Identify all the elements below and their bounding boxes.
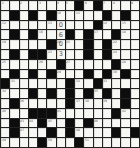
white-cell-r14c5[interactable] <box>38 128 46 137</box>
white-cell-r12c9[interactable] <box>75 109 83 118</box>
white-cell-r11c10[interactable]: 38 <box>84 99 92 108</box>
clue-number: 31 <box>11 79 15 82</box>
clue-number: 39 <box>103 99 107 102</box>
white-cell-r15c3[interactable] <box>20 138 28 147</box>
black-cell-r10c14 <box>121 89 129 98</box>
white-cell-r5c8[interactable]: 21 <box>66 40 74 49</box>
white-cell-r14c14[interactable] <box>121 128 129 137</box>
white-cell-r12c14[interactable]: 42 <box>121 109 129 118</box>
white-cell-r7c2[interactable] <box>10 60 18 69</box>
white-cell-r1c12[interactable]: 7 <box>103 1 111 10</box>
clue-number: 29 <box>57 70 61 73</box>
clue-number: 50 <box>48 138 52 141</box>
white-cell-r7c11[interactable] <box>94 60 102 69</box>
clue-number: 11 <box>76 11 80 14</box>
clue-number: 47 <box>20 128 24 131</box>
special-digit: 0 <box>57 40 65 49</box>
clue-number: 37 <box>76 99 80 102</box>
black-cell-r2c6 <box>47 11 55 20</box>
black-cell-r14c8 <box>66 128 74 137</box>
clue-number: 16 <box>39 30 43 33</box>
clue-number: 3 <box>39 1 41 4</box>
white-cell-r15c12[interactable] <box>103 138 111 147</box>
black-cell-r10c12 <box>103 89 111 98</box>
white-cell-r1c6[interactable] <box>47 1 55 10</box>
white-cell-r5c1[interactable]: 19 <box>1 40 9 49</box>
white-cell-r11c11[interactable] <box>94 99 102 108</box>
white-cell-r10c5[interactable] <box>38 89 46 98</box>
white-cell-r9c9[interactable]: 32 <box>75 79 83 88</box>
white-cell-r3c1[interactable]: 12 <box>1 21 9 30</box>
white-cell-r5c15[interactable] <box>131 40 139 49</box>
white-cell-r9c5[interactable] <box>38 79 46 88</box>
black-cell-r6c4 <box>29 50 37 59</box>
white-cell-r11c12[interactable]: 39 <box>103 99 111 108</box>
black-cell-r9c1 <box>1 79 9 88</box>
white-cell-r3c6[interactable]: 13 <box>47 21 55 30</box>
white-cell-r5c3[interactable] <box>20 40 28 49</box>
clue-number: 21 <box>66 40 70 43</box>
black-cell-r13c5 <box>38 119 46 128</box>
white-cell-r6c11[interactable] <box>94 50 102 59</box>
clue-number: 10 <box>57 11 61 14</box>
clue-number: 24 <box>113 50 117 53</box>
clue-number: 18 <box>122 30 126 33</box>
white-cell-r8c9[interactable] <box>75 70 83 79</box>
black-cell-r8c12 <box>103 70 111 79</box>
white-cell-r14c4[interactable] <box>29 128 37 137</box>
white-cell-r1c7[interactable]: 4 <box>57 1 65 10</box>
black-cell-r9c8 <box>66 79 74 88</box>
white-cell-r15c4[interactable] <box>29 138 37 147</box>
white-cell-r1c14[interactable] <box>121 1 129 10</box>
white-cell-r13c14[interactable] <box>121 119 129 128</box>
white-cell-r1c15[interactable]: 9 <box>131 1 139 10</box>
white-cell-r9c2[interactable]: 31 <box>10 79 18 88</box>
black-cell-r14c6 <box>47 128 55 137</box>
clue-number: 22 <box>113 40 117 43</box>
white-cell-r9c6[interactable] <box>47 79 55 88</box>
clue-number: 14 <box>103 21 107 24</box>
white-cell-r5c2[interactable] <box>10 40 18 49</box>
black-cell-r8c14 <box>121 70 129 79</box>
black-cell-r13c10 <box>84 119 92 128</box>
white-cell-r9c15[interactable] <box>131 79 139 88</box>
white-cell-r2c8[interactable] <box>66 11 74 20</box>
clue-number: 1 <box>2 1 4 4</box>
white-cell-r5c14[interactable] <box>121 40 129 49</box>
special-digit: 3 <box>57 50 65 59</box>
white-cell-r2c10[interactable] <box>84 11 92 20</box>
white-cell-r6c9[interactable] <box>75 50 83 59</box>
white-cell-r7c14[interactable]: 28 <box>121 60 129 69</box>
black-cell-r2c14 <box>121 11 129 20</box>
white-cell-r7c12[interactable] <box>103 60 111 69</box>
white-cell-r8c7[interactable]: 29 <box>57 70 65 79</box>
white-cell-r7c9[interactable] <box>75 60 83 69</box>
clue-number: 48 <box>76 128 80 131</box>
white-cell-r11c3[interactable]: 36 <box>20 99 28 108</box>
white-cell-r13c15[interactable] <box>131 119 139 128</box>
white-cell-r11c1[interactable] <box>1 99 9 108</box>
clue-number: 9 <box>131 1 133 4</box>
white-cell-r3c5[interactable] <box>38 21 46 30</box>
white-cell-r1c1[interactable]: 1 <box>1 1 9 10</box>
white-cell-r10c1[interactable]: 34 <box>1 89 9 98</box>
white-cell-r15c1[interactable]: 49 <box>1 138 9 147</box>
white-cell-r1c3[interactable]: 2 <box>20 1 28 10</box>
white-cell-r2c5[interactable] <box>38 11 46 20</box>
white-cell-r14c10[interactable] <box>84 128 92 137</box>
clue-number: 26 <box>39 60 43 63</box>
white-cell-r14c7[interactable] <box>57 128 65 137</box>
white-cell-r9c7[interactable] <box>57 79 65 88</box>
clue-number: 49 <box>2 138 6 141</box>
black-cell-r4c13 <box>112 30 120 39</box>
clue-number: 45 <box>48 119 52 122</box>
special-digit: 0 <box>57 21 65 30</box>
black-cell-r8c10 <box>84 70 92 79</box>
clue-number: 17 <box>94 30 98 33</box>
white-cell-r1c4[interactable] <box>29 1 37 10</box>
clue-number: 34 <box>2 89 6 92</box>
clue-number: 41 <box>57 109 61 112</box>
white-cell-r6c14[interactable] <box>121 50 129 59</box>
white-cell-r8c13[interactable]: 30 <box>112 70 120 79</box>
white-cell-r5c4[interactable] <box>29 40 37 49</box>
white-cell-r10c15[interactable] <box>131 89 139 98</box>
white-cell-r14c11[interactable] <box>94 128 102 137</box>
black-cell-r8c4 <box>29 70 37 79</box>
black-cell-r7c13 <box>112 60 120 69</box>
white-cell-r7c6[interactable] <box>47 60 55 69</box>
white-cell-r3c4[interactable] <box>29 21 37 30</box>
white-cell-r13c12[interactable] <box>103 119 111 128</box>
white-cell-r12c10[interactable] <box>84 109 92 118</box>
white-cell-r14c3[interactable]: 47 <box>20 128 28 137</box>
clue-number: 4 <box>57 1 59 4</box>
black-cell-r8c6 <box>47 70 55 79</box>
clue-number: 13 <box>48 21 52 24</box>
white-cell-r5c9[interactable] <box>75 40 83 49</box>
white-cell-r7c10[interactable] <box>84 60 92 69</box>
white-cell-r3c3[interactable] <box>20 21 28 30</box>
white-cell-r12c15[interactable] <box>131 109 139 118</box>
white-cell-r10c13[interactable] <box>112 89 120 98</box>
white-cell-r15c8[interactable] <box>66 138 74 147</box>
white-cell-r9c14[interactable] <box>121 79 129 88</box>
white-cell-r15c13[interactable] <box>112 138 120 147</box>
white-cell-r7c3[interactable] <box>20 60 28 69</box>
clue-number: 44 <box>29 119 33 122</box>
white-cell-r2c9[interactable]: 11 <box>75 11 83 20</box>
white-cell-r8c5[interactable] <box>38 70 46 79</box>
white-cell-r13c13[interactable] <box>112 119 120 128</box>
white-cell-r13c7[interactable] <box>57 119 65 128</box>
black-cell-r6c5 <box>38 50 46 59</box>
black-cell-r14c13 <box>112 128 120 137</box>
black-cell-r11c2 <box>10 99 18 108</box>
white-cell-r1c10[interactable]: 6 <box>84 1 92 10</box>
white-cell-r9c10[interactable] <box>84 79 92 88</box>
white-cell-r15c10[interactable]: 51 <box>84 138 92 147</box>
white-cell-r3c8[interactable] <box>66 21 74 30</box>
clue-number: 5 <box>66 1 68 4</box>
clue-number: 2 <box>20 1 22 4</box>
white-cell-r6c6[interactable]: 23 <box>47 50 55 59</box>
clue-number: 23 <box>48 50 52 53</box>
clue-number: 35 <box>94 89 98 92</box>
white-cell-r7c1[interactable]: 25 <box>1 60 9 69</box>
crossword-grid: 1234567891011121301415166171819200212223… <box>0 0 140 148</box>
clue-number: 40 <box>2 109 6 112</box>
white-cell-r12c1[interactable]: 40 <box>1 109 9 118</box>
clue-number: 36 <box>20 99 24 102</box>
white-cell-r1c2[interactable] <box>10 1 18 10</box>
white-cell-r12c7[interactable]: 41 <box>57 109 65 118</box>
black-cell-r4c2 <box>10 30 18 39</box>
black-cell-r5c6 <box>47 40 55 49</box>
white-cell-r13c3[interactable]: 43 <box>20 119 28 128</box>
clue-number: 33 <box>103 79 107 82</box>
white-cell-r12c2[interactable] <box>10 109 18 118</box>
white-cell-r14c1[interactable] <box>1 128 9 137</box>
white-cell-r11c13[interactable] <box>112 99 120 108</box>
clue-number: 38 <box>85 99 89 102</box>
white-cell-r2c11[interactable] <box>94 11 102 20</box>
black-cell-r3c11 <box>94 21 102 30</box>
black-cell-r12c5 <box>38 109 46 118</box>
white-cell-r3c9[interactable] <box>75 21 83 30</box>
white-cell-r12c11[interactable] <box>94 109 102 118</box>
black-cell-r15c9 <box>75 138 83 147</box>
white-cell-r4c14[interactable]: 18 <box>121 30 129 39</box>
white-cell-r2c1[interactable] <box>1 11 9 20</box>
black-cell-r5c12 <box>103 40 111 49</box>
black-cell-r11c14 <box>121 99 129 108</box>
white-cell-r11c5[interactable] <box>38 99 46 108</box>
white-cell-r15c14[interactable] <box>121 138 129 147</box>
white-cell-r6c7[interactable]: 3 <box>57 50 65 59</box>
white-cell-r3c15[interactable] <box>131 21 139 30</box>
white-cell-r2c13[interactable] <box>112 11 120 20</box>
white-cell-r4c1[interactable] <box>1 30 9 39</box>
clue-number: 42 <box>122 109 126 112</box>
white-cell-r9c4[interactable] <box>29 79 37 88</box>
black-cell-r9c11 <box>94 79 102 88</box>
clue-number: 7 <box>103 1 105 4</box>
white-cell-r15c7[interactable] <box>57 138 65 147</box>
black-cell-r15c5 <box>38 138 46 147</box>
white-cell-r5c7[interactable]: 200 <box>57 40 65 49</box>
white-cell-r7c8[interactable]: 27 <box>66 60 74 69</box>
white-cell-r8c1[interactable] <box>1 70 9 79</box>
white-cell-r3c7[interactable]: 0 <box>57 21 65 30</box>
white-cell-r4c3[interactable] <box>20 30 28 39</box>
white-cell-r14c12[interactable] <box>103 128 111 137</box>
black-cell-r1c9 <box>75 1 83 10</box>
white-cell-r13c4[interactable]: 44 <box>29 119 37 128</box>
black-cell-r10c6 <box>47 89 55 98</box>
white-cell-r5c13[interactable]: 22 <box>112 40 120 49</box>
white-cell-r15c6[interactable]: 50 <box>47 138 55 147</box>
white-cell-r4c7[interactable]: 6 <box>57 30 65 39</box>
black-cell-r4c10 <box>84 30 92 39</box>
white-cell-r1c13[interactable]: 8 <box>112 1 120 10</box>
black-cell-r6c10 <box>84 50 92 59</box>
clue-number: 15 <box>122 21 126 24</box>
black-cell-r12c4 <box>29 109 37 118</box>
clue-number: 25 <box>2 60 6 63</box>
white-cell-r15c11[interactable] <box>94 138 102 147</box>
white-cell-r13c6[interactable]: 45 <box>47 119 55 128</box>
clue-number: 12 <box>2 21 6 24</box>
white-cell-r6c1[interactable] <box>1 50 9 59</box>
black-cell-r12c6 <box>47 109 55 118</box>
black-cell-r5c10 <box>84 40 92 49</box>
special-digit: 6 <box>57 30 65 39</box>
black-cell-r2c2 <box>10 11 18 20</box>
white-cell-r3c2[interactable] <box>10 21 18 30</box>
white-cell-r13c11[interactable]: 46 <box>94 119 102 128</box>
white-cell-r5c5[interactable] <box>38 40 46 49</box>
white-cell-r11c7[interactable] <box>57 99 65 108</box>
black-cell-r10c8 <box>66 89 74 98</box>
white-cell-r12c3[interactable] <box>20 109 28 118</box>
white-cell-r6c3[interactable] <box>20 50 28 59</box>
white-cell-r4c11[interactable]: 17 <box>94 30 102 39</box>
black-cell-r8c2 <box>10 70 18 79</box>
white-cell-r4c9[interactable] <box>75 30 83 39</box>
clue-number: 6 <box>85 1 87 4</box>
clue-number: 30 <box>113 70 117 73</box>
white-cell-r4c12[interactable] <box>103 30 111 39</box>
white-cell-r4c5[interactable]: 16 <box>38 30 46 39</box>
white-cell-r7c4[interactable] <box>29 60 37 69</box>
white-cell-r2c15[interactable] <box>131 11 139 20</box>
black-cell-r12c13 <box>112 109 120 118</box>
white-cell-r9c12[interactable]: 33 <box>103 79 111 88</box>
white-cell-r7c15[interactable] <box>131 60 139 69</box>
black-cell-r10c4 <box>29 89 37 98</box>
white-cell-r1c8[interactable]: 5 <box>66 1 74 10</box>
black-cell-r11c8 <box>66 99 74 108</box>
white-cell-r4c6[interactable] <box>47 30 55 39</box>
clue-number: 51 <box>85 138 89 141</box>
clue-number: 46 <box>94 119 98 122</box>
white-cell-r10c3[interactable] <box>20 89 28 98</box>
white-cell-r8c11[interactable] <box>94 70 102 79</box>
white-cell-r2c3[interactable] <box>20 11 28 20</box>
clue-number: 28 <box>122 60 126 63</box>
white-cell-r6c8[interactable] <box>66 50 74 59</box>
white-cell-r10c11[interactable]: 35 <box>94 89 102 98</box>
white-cell-r15c15[interactable] <box>131 138 139 147</box>
black-cell-r4c4 <box>29 30 37 39</box>
white-cell-r8c8[interactable] <box>66 70 74 79</box>
clue-number: 27 <box>66 60 70 63</box>
white-cell-r12c12[interactable] <box>103 109 111 118</box>
black-cell-r1c11 <box>94 1 102 10</box>
white-cell-r9c13[interactable] <box>112 79 120 88</box>
black-cell-r2c4 <box>29 11 37 20</box>
white-cell-r9c3[interactable] <box>20 79 28 88</box>
white-cell-r13c1[interactable] <box>1 119 9 128</box>
white-cell-r10c2[interactable] <box>10 89 18 98</box>
white-cell-r4c15[interactable] <box>131 30 139 39</box>
white-cell-r2c7[interactable]: 10 <box>57 11 65 20</box>
white-cell-r11c15[interactable] <box>131 99 139 108</box>
white-cell-r5c11[interactable] <box>94 40 102 49</box>
white-cell-r10c9[interactable] <box>75 89 83 98</box>
white-cell-r14c9[interactable]: 48 <box>75 128 83 137</box>
white-cell-r1c5[interactable]: 3 <box>38 1 46 10</box>
white-cell-r6c15[interactable] <box>131 50 139 59</box>
white-cell-r11c4[interactable] <box>29 99 37 108</box>
clue-number: 19 <box>2 40 6 43</box>
black-cell-r14c2 <box>10 128 18 137</box>
white-cell-r3c12[interactable]: 14 <box>103 21 111 30</box>
white-cell-r13c9[interactable] <box>75 119 83 128</box>
black-cell-r13c2 <box>10 119 18 128</box>
black-cell-r10c10 <box>84 89 92 98</box>
white-cell-r8c3[interactable] <box>20 70 28 79</box>
white-cell-r10c7[interactable] <box>57 89 65 98</box>
white-cell-r7c5[interactable]: 26 <box>38 60 46 69</box>
white-cell-r11c9[interactable]: 37 <box>75 99 83 108</box>
white-cell-r15c2[interactable] <box>10 138 18 147</box>
black-cell-r4c8 <box>66 30 74 39</box>
clue-number: 8 <box>113 1 115 4</box>
white-cell-r3c13[interactable] <box>112 21 120 30</box>
white-cell-r12c8[interactable] <box>66 109 74 118</box>
black-cell-r2c12 <box>103 11 111 20</box>
black-cell-r6c2 <box>10 50 18 59</box>
white-cell-r11c6[interactable] <box>47 99 55 108</box>
white-cell-r6c13[interactable]: 24 <box>112 50 120 59</box>
white-cell-r3c14[interactable]: 15 <box>121 21 129 30</box>
white-cell-r8c15[interactable] <box>131 70 139 79</box>
clue-number: 43 <box>20 119 24 122</box>
black-cell-r14c15 <box>131 128 139 137</box>
clue-number: 32 <box>76 79 80 82</box>
black-cell-r6c12 <box>103 50 111 59</box>
black-cell-r13c8 <box>66 119 74 128</box>
black-cell-r7c7 <box>57 60 65 69</box>
white-cell-r3c10[interactable] <box>84 21 92 30</box>
